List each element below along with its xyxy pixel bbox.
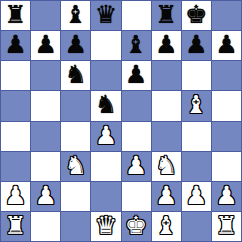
square-a3[interactable] bbox=[1, 152, 30, 181]
square-h7[interactable]: ♟ bbox=[212, 31, 241, 60]
square-b6[interactable] bbox=[31, 61, 60, 90]
black-knight-d5[interactable]: ♞ bbox=[95, 92, 117, 117]
square-c3[interactable]: ♞ bbox=[61, 152, 90, 181]
chess-board: ♜♝♛♜♚♟♟♟♝♟♟♟♞♟♞♝♟♞♟♞♟♟♟♟♟♜♛♚♝♜ bbox=[0, 0, 242, 242]
white-pawn-f2[interactable]: ♟ bbox=[155, 183, 177, 208]
square-g1[interactable] bbox=[182, 212, 211, 241]
square-g3[interactable] bbox=[182, 152, 211, 181]
black-pawn-f7[interactable]: ♟ bbox=[155, 32, 177, 57]
square-f4[interactable] bbox=[152, 122, 181, 151]
black-rook-a8[interactable]: ♜ bbox=[4, 2, 26, 27]
square-a7[interactable]: ♟ bbox=[1, 31, 30, 60]
square-b1[interactable] bbox=[31, 212, 60, 241]
square-e3[interactable]: ♟ bbox=[122, 152, 151, 181]
black-knight-c6[interactable]: ♞ bbox=[65, 62, 87, 87]
black-king-g8[interactable]: ♚ bbox=[185, 2, 207, 27]
square-h2[interactable]: ♟ bbox=[212, 182, 241, 211]
square-d3[interactable] bbox=[91, 152, 120, 181]
square-a1[interactable]: ♜ bbox=[1, 212, 30, 241]
white-pawn-b2[interactable]: ♟ bbox=[34, 183, 56, 208]
square-d6[interactable] bbox=[91, 61, 120, 90]
black-bishop-e7[interactable]: ♝ bbox=[125, 32, 147, 57]
square-f6[interactable] bbox=[152, 61, 181, 90]
square-b3[interactable] bbox=[31, 152, 60, 181]
black-pawn-c7[interactable]: ♟ bbox=[65, 32, 87, 57]
square-g4[interactable] bbox=[182, 122, 211, 151]
square-b7[interactable]: ♟ bbox=[31, 31, 60, 60]
square-c6[interactable]: ♞ bbox=[61, 61, 90, 90]
square-h8[interactable] bbox=[212, 1, 241, 30]
square-g7[interactable]: ♟ bbox=[182, 31, 211, 60]
square-c1[interactable] bbox=[61, 212, 90, 241]
square-c8[interactable]: ♝ bbox=[61, 1, 90, 30]
white-knight-c3[interactable]: ♞ bbox=[65, 153, 87, 178]
square-f3[interactable]: ♞ bbox=[152, 152, 181, 181]
square-f2[interactable]: ♟ bbox=[152, 182, 181, 211]
square-g6[interactable] bbox=[182, 61, 211, 90]
square-f7[interactable]: ♟ bbox=[152, 31, 181, 60]
square-e4[interactable] bbox=[122, 122, 151, 151]
white-pawn-e3[interactable]: ♟ bbox=[125, 153, 147, 178]
square-a5[interactable] bbox=[1, 91, 30, 120]
square-d4[interactable]: ♟ bbox=[91, 122, 120, 151]
black-pawn-e6[interactable]: ♟ bbox=[125, 62, 147, 87]
square-d8[interactable]: ♛ bbox=[91, 1, 120, 30]
square-c4[interactable] bbox=[61, 122, 90, 151]
square-b4[interactable] bbox=[31, 122, 60, 151]
square-h3[interactable] bbox=[212, 152, 241, 181]
white-pawn-a2[interactable]: ♟ bbox=[4, 183, 26, 208]
square-c7[interactable]: ♟ bbox=[61, 31, 90, 60]
square-d2[interactable] bbox=[91, 182, 120, 211]
square-e1[interactable]: ♚ bbox=[122, 212, 151, 241]
square-a8[interactable]: ♜ bbox=[1, 1, 30, 30]
white-pawn-d4[interactable]: ♟ bbox=[95, 123, 117, 148]
white-king-e1[interactable]: ♚ bbox=[125, 213, 147, 238]
square-g2[interactable]: ♟ bbox=[182, 182, 211, 211]
square-f8[interactable]: ♜ bbox=[152, 1, 181, 30]
square-h1[interactable]: ♜ bbox=[212, 212, 241, 241]
square-f1[interactable]: ♝ bbox=[152, 212, 181, 241]
square-g8[interactable]: ♚ bbox=[182, 1, 211, 30]
square-e8[interactable] bbox=[122, 1, 151, 30]
white-rook-a1[interactable]: ♜ bbox=[4, 213, 26, 238]
black-pawn-g7[interactable]: ♟ bbox=[185, 32, 207, 57]
square-h5[interactable] bbox=[212, 91, 241, 120]
square-b5[interactable] bbox=[31, 91, 60, 120]
square-c2[interactable] bbox=[61, 182, 90, 211]
square-a6[interactable] bbox=[1, 61, 30, 90]
white-bishop-f1[interactable]: ♝ bbox=[155, 213, 177, 238]
square-a4[interactable] bbox=[1, 122, 30, 151]
square-c5[interactable] bbox=[61, 91, 90, 120]
white-rook-h1[interactable]: ♜ bbox=[215, 213, 237, 238]
black-pawn-b7[interactable]: ♟ bbox=[34, 32, 56, 57]
square-b8[interactable] bbox=[31, 1, 60, 30]
square-b2[interactable]: ♟ bbox=[31, 182, 60, 211]
black-pawn-a7[interactable]: ♟ bbox=[4, 32, 26, 57]
white-pawn-h2[interactable]: ♟ bbox=[215, 183, 237, 208]
square-d5[interactable]: ♞ bbox=[91, 91, 120, 120]
square-e2[interactable] bbox=[122, 182, 151, 211]
black-queen-d8[interactable]: ♛ bbox=[95, 2, 117, 27]
square-f5[interactable] bbox=[152, 91, 181, 120]
white-knight-f3[interactable]: ♞ bbox=[155, 153, 177, 178]
square-e7[interactable]: ♝ bbox=[122, 31, 151, 60]
square-e6[interactable]: ♟ bbox=[122, 61, 151, 90]
white-pawn-g2[interactable]: ♟ bbox=[185, 183, 207, 208]
black-bishop-c8[interactable]: ♝ bbox=[65, 2, 87, 27]
square-d1[interactable]: ♛ bbox=[91, 212, 120, 241]
square-h4[interactable] bbox=[212, 122, 241, 151]
square-a2[interactable]: ♟ bbox=[1, 182, 30, 211]
black-rook-f8[interactable]: ♜ bbox=[155, 2, 177, 27]
square-g5[interactable]: ♝ bbox=[182, 91, 211, 120]
white-queen-d1[interactable]: ♛ bbox=[95, 213, 117, 238]
white-bishop-g5[interactable]: ♝ bbox=[185, 92, 207, 117]
square-h6[interactable] bbox=[212, 61, 241, 90]
square-d7[interactable] bbox=[91, 31, 120, 60]
square-e5[interactable] bbox=[122, 91, 151, 120]
black-pawn-h7[interactable]: ♟ bbox=[215, 32, 237, 57]
